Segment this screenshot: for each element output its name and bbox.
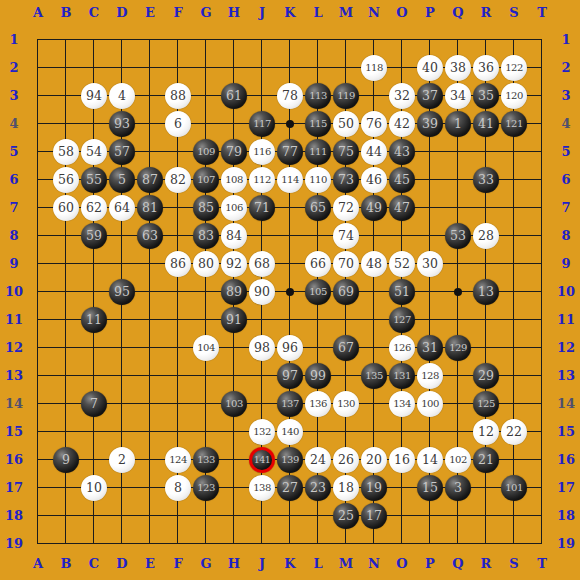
intersection-J7[interactable]: 71	[248, 194, 276, 222]
intersection-K3[interactable]: 78	[276, 82, 304, 110]
intersection-P7[interactable]	[416, 194, 444, 222]
intersection-R9[interactable]	[472, 250, 500, 278]
intersection-S6[interactable]	[500, 166, 528, 194]
intersection-O15[interactable]	[388, 418, 416, 446]
intersection-T2[interactable]	[528, 54, 556, 82]
intersection-S11[interactable]	[500, 306, 528, 334]
intersection-B16[interactable]: 9	[52, 446, 80, 474]
intersection-T16[interactable]	[528, 446, 556, 474]
intersection-E15[interactable]	[136, 418, 164, 446]
intersection-O12[interactable]: 126	[388, 334, 416, 362]
intersection-J14[interactable]	[248, 390, 276, 418]
intersection-A9[interactable]	[24, 250, 52, 278]
intersection-M6[interactable]: 73	[332, 166, 360, 194]
intersection-T5[interactable]	[528, 138, 556, 166]
intersection-P17[interactable]: 15	[416, 474, 444, 502]
intersection-E16[interactable]	[136, 446, 164, 474]
intersection-R3[interactable]: 35	[472, 82, 500, 110]
intersection-D18[interactable]	[108, 502, 136, 530]
intersection-D10[interactable]: 95	[108, 278, 136, 306]
intersection-G4[interactable]	[192, 110, 220, 138]
intersection-Q19[interactable]	[444, 530, 472, 558]
intersection-D11[interactable]	[108, 306, 136, 334]
intersection-N5[interactable]: 44	[360, 138, 388, 166]
intersection-F7[interactable]	[164, 194, 192, 222]
intersection-T7[interactable]	[528, 194, 556, 222]
intersection-F9[interactable]: 86	[164, 250, 192, 278]
intersection-Q2[interactable]: 38	[444, 54, 472, 82]
intersection-G6[interactable]: 107	[192, 166, 220, 194]
intersection-S17[interactable]: 101	[500, 474, 528, 502]
intersection-G15[interactable]	[192, 418, 220, 446]
intersection-O8[interactable]	[388, 222, 416, 250]
intersection-H9[interactable]: 92	[220, 250, 248, 278]
intersection-F11[interactable]	[164, 306, 192, 334]
intersection-F18[interactable]	[164, 502, 192, 530]
intersection-K14[interactable]: 137	[276, 390, 304, 418]
intersection-G12[interactable]: 104	[192, 334, 220, 362]
intersection-C10[interactable]	[80, 278, 108, 306]
intersection-B6[interactable]: 56	[52, 166, 80, 194]
intersection-Q18[interactable]	[444, 502, 472, 530]
intersection-H4[interactable]	[220, 110, 248, 138]
intersection-B8[interactable]	[52, 222, 80, 250]
intersection-E6[interactable]: 87	[136, 166, 164, 194]
intersection-N16[interactable]: 20	[360, 446, 388, 474]
intersection-L9[interactable]: 66	[304, 250, 332, 278]
intersection-J3[interactable]	[248, 82, 276, 110]
intersection-O9[interactable]: 52	[388, 250, 416, 278]
intersection-E12[interactable]	[136, 334, 164, 362]
intersection-G13[interactable]	[192, 362, 220, 390]
intersection-M8[interactable]: 74	[332, 222, 360, 250]
intersection-O2[interactable]	[388, 54, 416, 82]
intersection-T3[interactable]	[528, 82, 556, 110]
intersection-B7[interactable]: 60	[52, 194, 80, 222]
intersection-M4[interactable]: 50	[332, 110, 360, 138]
intersection-S16[interactable]	[500, 446, 528, 474]
intersection-J10[interactable]: 90	[248, 278, 276, 306]
intersection-B10[interactable]	[52, 278, 80, 306]
intersection-H7[interactable]: 106	[220, 194, 248, 222]
intersection-B2[interactable]	[52, 54, 80, 82]
intersection-S2[interactable]: 122	[500, 54, 528, 82]
intersection-F15[interactable]	[164, 418, 192, 446]
intersection-Q12[interactable]: 129	[444, 334, 472, 362]
intersection-M19[interactable]	[332, 530, 360, 558]
intersection-K18[interactable]	[276, 502, 304, 530]
intersection-M9[interactable]: 70	[332, 250, 360, 278]
intersection-A14[interactable]	[24, 390, 52, 418]
intersection-G8[interactable]: 83	[192, 222, 220, 250]
intersection-K19[interactable]	[276, 530, 304, 558]
intersection-O19[interactable]	[388, 530, 416, 558]
intersection-N2[interactable]: 118	[360, 54, 388, 82]
intersection-H11[interactable]: 91	[220, 306, 248, 334]
intersection-N9[interactable]: 48	[360, 250, 388, 278]
intersection-O3[interactable]: 32	[388, 82, 416, 110]
intersection-A10[interactable]	[24, 278, 52, 306]
intersection-H12[interactable]	[220, 334, 248, 362]
intersection-Q17[interactable]: 3	[444, 474, 472, 502]
intersection-N11[interactable]	[360, 306, 388, 334]
intersection-R5[interactable]	[472, 138, 500, 166]
intersection-H16[interactable]	[220, 446, 248, 474]
intersection-P8[interactable]	[416, 222, 444, 250]
intersection-P2[interactable]: 40	[416, 54, 444, 82]
intersection-B12[interactable]	[52, 334, 80, 362]
intersection-A17[interactable]	[24, 474, 52, 502]
intersection-R19[interactable]	[472, 530, 500, 558]
intersection-F2[interactable]	[164, 54, 192, 82]
intersection-O11[interactable]: 127	[388, 306, 416, 334]
intersection-T4[interactable]	[528, 110, 556, 138]
intersection-D17[interactable]	[108, 474, 136, 502]
intersection-R6[interactable]: 33	[472, 166, 500, 194]
intersection-F12[interactable]	[164, 334, 192, 362]
intersection-D6[interactable]: 5	[108, 166, 136, 194]
intersection-C6[interactable]: 55	[80, 166, 108, 194]
intersection-G11[interactable]	[192, 306, 220, 334]
intersection-T19[interactable]	[528, 530, 556, 558]
intersection-C7[interactable]: 62	[80, 194, 108, 222]
intersection-L8[interactable]	[304, 222, 332, 250]
intersection-S14[interactable]	[500, 390, 528, 418]
intersection-C19[interactable]	[80, 530, 108, 558]
intersection-L4[interactable]: 115	[304, 110, 332, 138]
intersection-D9[interactable]	[108, 250, 136, 278]
intersection-C12[interactable]	[80, 334, 108, 362]
intersection-R7[interactable]	[472, 194, 500, 222]
intersection-Q5[interactable]	[444, 138, 472, 166]
intersection-K5[interactable]: 77	[276, 138, 304, 166]
intersection-D2[interactable]	[108, 54, 136, 82]
intersection-N15[interactable]	[360, 418, 388, 446]
intersection-T6[interactable]	[528, 166, 556, 194]
intersection-P13[interactable]: 128	[416, 362, 444, 390]
intersection-K10[interactable]	[276, 278, 304, 306]
intersection-B11[interactable]	[52, 306, 80, 334]
intersection-F19[interactable]	[164, 530, 192, 558]
intersection-N1[interactable]	[360, 26, 388, 54]
intersection-N18[interactable]: 17	[360, 502, 388, 530]
intersection-P1[interactable]	[416, 26, 444, 54]
intersection-G14[interactable]	[192, 390, 220, 418]
intersection-A8[interactable]	[24, 222, 52, 250]
intersection-O7[interactable]: 47	[388, 194, 416, 222]
intersection-J18[interactable]	[248, 502, 276, 530]
intersection-T11[interactable]	[528, 306, 556, 334]
intersection-P18[interactable]	[416, 502, 444, 530]
intersection-L12[interactable]	[304, 334, 332, 362]
intersection-G5[interactable]: 109	[192, 138, 220, 166]
intersection-L15[interactable]	[304, 418, 332, 446]
intersection-S18[interactable]	[500, 502, 528, 530]
intersection-P19[interactable]	[416, 530, 444, 558]
intersection-R12[interactable]	[472, 334, 500, 362]
intersection-J17[interactable]: 138	[248, 474, 276, 502]
intersection-G1[interactable]	[192, 26, 220, 54]
intersection-N7[interactable]: 49	[360, 194, 388, 222]
intersection-Q16[interactable]: 102	[444, 446, 472, 474]
intersection-A7[interactable]	[24, 194, 52, 222]
intersection-J11[interactable]	[248, 306, 276, 334]
intersection-J19[interactable]	[248, 530, 276, 558]
intersection-K9[interactable]	[276, 250, 304, 278]
intersection-D14[interactable]	[108, 390, 136, 418]
intersection-S10[interactable]	[500, 278, 528, 306]
intersection-F8[interactable]	[164, 222, 192, 250]
intersection-H14[interactable]: 103	[220, 390, 248, 418]
intersection-E13[interactable]	[136, 362, 164, 390]
intersection-D3[interactable]: 4	[108, 82, 136, 110]
intersection-A11[interactable]	[24, 306, 52, 334]
intersection-R14[interactable]: 125	[472, 390, 500, 418]
intersection-B3[interactable]	[52, 82, 80, 110]
intersection-C11[interactable]: 11	[80, 306, 108, 334]
intersection-A19[interactable]	[24, 530, 52, 558]
intersection-K11[interactable]	[276, 306, 304, 334]
intersection-B15[interactable]	[52, 418, 80, 446]
intersection-L10[interactable]: 105	[304, 278, 332, 306]
intersection-E9[interactable]	[136, 250, 164, 278]
intersection-R18[interactable]	[472, 502, 500, 530]
intersection-N19[interactable]	[360, 530, 388, 558]
intersection-B9[interactable]	[52, 250, 80, 278]
intersection-A5[interactable]	[24, 138, 52, 166]
intersection-C4[interactable]	[80, 110, 108, 138]
intersection-J1[interactable]	[248, 26, 276, 54]
intersection-G18[interactable]	[192, 502, 220, 530]
intersection-H15[interactable]	[220, 418, 248, 446]
intersection-F6[interactable]: 82	[164, 166, 192, 194]
intersection-J8[interactable]	[248, 222, 276, 250]
intersection-M1[interactable]	[332, 26, 360, 54]
intersection-Q3[interactable]: 34	[444, 82, 472, 110]
intersection-O6[interactable]: 45	[388, 166, 416, 194]
intersection-Q6[interactable]	[444, 166, 472, 194]
intersection-G17[interactable]: 123	[192, 474, 220, 502]
intersection-L1[interactable]	[304, 26, 332, 54]
intersection-Q10[interactable]	[444, 278, 472, 306]
intersection-O17[interactable]	[388, 474, 416, 502]
intersection-C1[interactable]	[80, 26, 108, 54]
intersection-F4[interactable]: 6	[164, 110, 192, 138]
intersection-D1[interactable]	[108, 26, 136, 54]
intersection-A18[interactable]	[24, 502, 52, 530]
intersection-S13[interactable]	[500, 362, 528, 390]
intersection-E1[interactable]	[136, 26, 164, 54]
intersection-M15[interactable]	[332, 418, 360, 446]
intersection-R4[interactable]: 41	[472, 110, 500, 138]
intersection-P9[interactable]: 30	[416, 250, 444, 278]
intersection-H18[interactable]	[220, 502, 248, 530]
intersection-B18[interactable]	[52, 502, 80, 530]
intersection-O10[interactable]: 51	[388, 278, 416, 306]
intersection-D4[interactable]: 93	[108, 110, 136, 138]
intersection-Q11[interactable]	[444, 306, 472, 334]
intersection-F10[interactable]	[164, 278, 192, 306]
intersection-R2[interactable]: 36	[472, 54, 500, 82]
intersection-H17[interactable]	[220, 474, 248, 502]
intersection-N13[interactable]: 135	[360, 362, 388, 390]
intersection-M12[interactable]: 67	[332, 334, 360, 362]
intersection-S15[interactable]: 22	[500, 418, 528, 446]
intersection-B19[interactable]	[52, 530, 80, 558]
intersection-T14[interactable]	[528, 390, 556, 418]
intersection-H13[interactable]	[220, 362, 248, 390]
intersection-M2[interactable]	[332, 54, 360, 82]
intersection-P11[interactable]	[416, 306, 444, 334]
intersection-A2[interactable]	[24, 54, 52, 82]
intersection-N17[interactable]: 19	[360, 474, 388, 502]
intersection-L5[interactable]: 111	[304, 138, 332, 166]
intersection-N4[interactable]: 76	[360, 110, 388, 138]
intersection-L3[interactable]: 113	[304, 82, 332, 110]
intersection-H6[interactable]: 108	[220, 166, 248, 194]
intersection-A4[interactable]	[24, 110, 52, 138]
intersection-L6[interactable]: 110	[304, 166, 332, 194]
intersection-L7[interactable]: 65	[304, 194, 332, 222]
intersection-R11[interactable]	[472, 306, 500, 334]
intersection-O13[interactable]: 131	[388, 362, 416, 390]
intersection-H8[interactable]: 84	[220, 222, 248, 250]
intersection-A13[interactable]	[24, 362, 52, 390]
intersection-C17[interactable]: 10	[80, 474, 108, 502]
intersection-O14[interactable]: 134	[388, 390, 416, 418]
intersection-T12[interactable]	[528, 334, 556, 362]
intersection-S3[interactable]: 120	[500, 82, 528, 110]
intersection-K16[interactable]: 139	[276, 446, 304, 474]
intersection-G19[interactable]	[192, 530, 220, 558]
intersection-K15[interactable]: 140	[276, 418, 304, 446]
intersection-C3[interactable]: 94	[80, 82, 108, 110]
intersection-R15[interactable]: 12	[472, 418, 500, 446]
intersection-P15[interactable]	[416, 418, 444, 446]
intersection-B17[interactable]	[52, 474, 80, 502]
intersection-J2[interactable]	[248, 54, 276, 82]
intersection-J16[interactable]: 141	[248, 446, 276, 474]
intersection-T17[interactable]	[528, 474, 556, 502]
intersection-L14[interactable]: 136	[304, 390, 332, 418]
intersection-J12[interactable]: 98	[248, 334, 276, 362]
intersection-P3[interactable]: 37	[416, 82, 444, 110]
intersection-C16[interactable]	[80, 446, 108, 474]
intersection-K17[interactable]: 27	[276, 474, 304, 502]
intersection-P6[interactable]	[416, 166, 444, 194]
intersection-O18[interactable]	[388, 502, 416, 530]
intersection-O5[interactable]: 43	[388, 138, 416, 166]
intersection-F16[interactable]: 124	[164, 446, 192, 474]
intersection-R1[interactable]	[472, 26, 500, 54]
intersection-C9[interactable]	[80, 250, 108, 278]
intersection-M10[interactable]: 69	[332, 278, 360, 306]
intersection-C18[interactable]	[80, 502, 108, 530]
intersection-F14[interactable]	[164, 390, 192, 418]
intersection-F13[interactable]	[164, 362, 192, 390]
intersection-E18[interactable]	[136, 502, 164, 530]
intersection-J5[interactable]: 116	[248, 138, 276, 166]
intersection-N8[interactable]	[360, 222, 388, 250]
intersection-Q13[interactable]	[444, 362, 472, 390]
intersection-S19[interactable]	[500, 530, 528, 558]
intersection-Q14[interactable]	[444, 390, 472, 418]
intersection-S4[interactable]: 121	[500, 110, 528, 138]
intersection-O16[interactable]: 16	[388, 446, 416, 474]
intersection-E17[interactable]	[136, 474, 164, 502]
intersection-E10[interactable]	[136, 278, 164, 306]
intersection-F17[interactable]: 8	[164, 474, 192, 502]
intersection-T18[interactable]	[528, 502, 556, 530]
intersection-C5[interactable]: 54	[80, 138, 108, 166]
intersection-N6[interactable]: 46	[360, 166, 388, 194]
intersection-S1[interactable]	[500, 26, 528, 54]
intersection-C14[interactable]: 7	[80, 390, 108, 418]
intersection-L19[interactable]	[304, 530, 332, 558]
intersection-P14[interactable]: 100	[416, 390, 444, 418]
intersection-M16[interactable]: 26	[332, 446, 360, 474]
intersection-G9[interactable]: 80	[192, 250, 220, 278]
intersection-E19[interactable]	[136, 530, 164, 558]
intersection-T8[interactable]	[528, 222, 556, 250]
intersection-H1[interactable]	[220, 26, 248, 54]
intersection-D16[interactable]: 2	[108, 446, 136, 474]
intersection-D15[interactable]	[108, 418, 136, 446]
intersection-E7[interactable]: 81	[136, 194, 164, 222]
intersection-H10[interactable]: 89	[220, 278, 248, 306]
intersection-M5[interactable]: 75	[332, 138, 360, 166]
intersection-E2[interactable]	[136, 54, 164, 82]
intersection-A15[interactable]	[24, 418, 52, 446]
intersection-M7[interactable]: 72	[332, 194, 360, 222]
intersection-J13[interactable]	[248, 362, 276, 390]
intersection-T13[interactable]	[528, 362, 556, 390]
intersection-E11[interactable]	[136, 306, 164, 334]
intersection-E8[interactable]: 63	[136, 222, 164, 250]
intersection-N3[interactable]	[360, 82, 388, 110]
intersection-D5[interactable]: 57	[108, 138, 136, 166]
intersection-S12[interactable]	[500, 334, 528, 362]
intersection-R17[interactable]	[472, 474, 500, 502]
intersection-O1[interactable]	[388, 26, 416, 54]
intersection-Q8[interactable]: 53	[444, 222, 472, 250]
intersection-L16[interactable]: 24	[304, 446, 332, 474]
intersection-B1[interactable]	[52, 26, 80, 54]
intersection-N14[interactable]	[360, 390, 388, 418]
intersection-L11[interactable]	[304, 306, 332, 334]
intersection-G2[interactable]	[192, 54, 220, 82]
intersection-O4[interactable]: 42	[388, 110, 416, 138]
intersection-F3[interactable]: 88	[164, 82, 192, 110]
intersection-B4[interactable]	[52, 110, 80, 138]
intersection-L2[interactable]	[304, 54, 332, 82]
intersection-J9[interactable]: 68	[248, 250, 276, 278]
intersection-E14[interactable]	[136, 390, 164, 418]
intersection-K2[interactable]	[276, 54, 304, 82]
intersection-K1[interactable]	[276, 26, 304, 54]
intersection-S9[interactable]	[500, 250, 528, 278]
intersection-T15[interactable]	[528, 418, 556, 446]
intersection-K13[interactable]: 97	[276, 362, 304, 390]
intersection-Q9[interactable]	[444, 250, 472, 278]
intersection-D19[interactable]	[108, 530, 136, 558]
intersection-B14[interactable]	[52, 390, 80, 418]
intersection-K12[interactable]: 96	[276, 334, 304, 362]
intersection-M17[interactable]: 18	[332, 474, 360, 502]
intersection-A3[interactable]	[24, 82, 52, 110]
intersection-S8[interactable]	[500, 222, 528, 250]
intersection-L13[interactable]: 99	[304, 362, 332, 390]
